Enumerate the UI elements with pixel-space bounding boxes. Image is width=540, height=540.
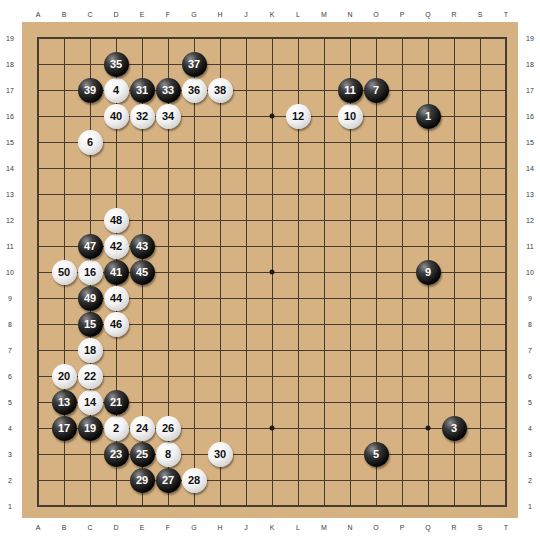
black-stone-move-13: 13 <box>52 390 77 415</box>
white-stone-move-48: 48 <box>104 208 129 233</box>
white-stone-move-18: 18 <box>78 338 103 363</box>
row-label: 12 <box>522 207 538 233</box>
row-label: 15 <box>2 129 18 155</box>
row-label: 18 <box>522 51 538 77</box>
black-stone-move-1: 1 <box>416 104 441 129</box>
row-label: 10 <box>522 259 538 285</box>
white-stone-move-38: 38 <box>208 78 233 103</box>
white-stone-move-50: 50 <box>52 260 77 285</box>
white-stone-move-22: 22 <box>78 364 103 389</box>
white-stone-move-14: 14 <box>78 390 103 415</box>
col-label: K <box>259 8 285 21</box>
black-stone-move-37: 37 <box>182 52 207 77</box>
white-stone-move-42: 42 <box>104 234 129 259</box>
col-label: A <box>25 521 51 534</box>
row-label: 5 <box>2 389 18 415</box>
black-stone-move-11: 11 <box>338 78 363 103</box>
row-label: 11 <box>2 233 18 259</box>
row-label: 12 <box>2 207 18 233</box>
row-labels-right: 19181716151413121110987654321 <box>522 25 538 519</box>
col-label: Q <box>415 8 441 21</box>
col-label: B <box>51 8 77 21</box>
col-label: F <box>155 521 181 534</box>
row-label: 13 <box>522 181 538 207</box>
row-label: 16 <box>2 103 18 129</box>
col-label: J <box>233 521 259 534</box>
row-label: 17 <box>2 77 18 103</box>
col-label: C <box>77 8 103 21</box>
row-label: 2 <box>2 467 18 493</box>
col-label: N <box>337 521 363 534</box>
col-label: H <box>207 521 233 534</box>
col-label: A <box>25 8 51 21</box>
col-label: P <box>389 8 415 21</box>
white-stone-move-20: 20 <box>52 364 77 389</box>
row-label: 5 <box>522 389 538 415</box>
black-stone-move-45: 45 <box>130 260 155 285</box>
row-label: 19 <box>522 25 538 51</box>
col-label: D <box>103 521 129 534</box>
row-label: 14 <box>2 155 18 181</box>
col-label: H <box>207 8 233 21</box>
col-label: O <box>363 8 389 21</box>
col-label: E <box>129 8 155 21</box>
col-label: M <box>311 8 337 21</box>
white-stone-move-28: 28 <box>182 468 207 493</box>
black-stone-move-19: 19 <box>78 416 103 441</box>
white-stone-move-8: 8 <box>156 442 181 467</box>
white-stone-move-6: 6 <box>78 130 103 155</box>
row-labels-left: 19181716151413121110987654321 <box>2 25 18 519</box>
row-label: 3 <box>522 441 538 467</box>
black-stone-move-23: 23 <box>104 442 129 467</box>
column-labels-top: ABCDEFGHJKLMNOPQRST <box>25 8 519 21</box>
row-label: 3 <box>2 441 18 467</box>
col-label: C <box>77 521 103 534</box>
black-stone-move-27: 27 <box>156 468 181 493</box>
col-label: O <box>363 521 389 534</box>
white-stone-move-44: 44 <box>104 286 129 311</box>
black-stone-move-29: 29 <box>130 468 155 493</box>
stones-layer: 1234567891011121314151617181920212223242… <box>25 25 519 519</box>
white-stone-move-36: 36 <box>182 78 207 103</box>
black-stone-move-49: 49 <box>78 286 103 311</box>
col-label: R <box>441 521 467 534</box>
white-stone-move-4: 4 <box>104 78 129 103</box>
white-stone-move-24: 24 <box>130 416 155 441</box>
col-label: L <box>285 8 311 21</box>
black-stone-move-33: 33 <box>156 78 181 103</box>
black-stone-move-39: 39 <box>78 78 103 103</box>
row-label: 9 <box>2 285 18 311</box>
row-label: 14 <box>522 155 538 181</box>
col-label: E <box>129 521 155 534</box>
row-label: 8 <box>2 311 18 337</box>
black-stone-move-47: 47 <box>78 234 103 259</box>
white-stone-move-26: 26 <box>156 416 181 441</box>
col-label: K <box>259 521 285 534</box>
col-label: S <box>467 521 493 534</box>
black-stone-move-9: 9 <box>416 260 441 285</box>
col-label: J <box>233 8 259 21</box>
col-label: P <box>389 521 415 534</box>
white-stone-move-2: 2 <box>104 416 129 441</box>
col-label: F <box>155 8 181 21</box>
white-stone-move-40: 40 <box>104 104 129 129</box>
row-label: 15 <box>522 129 538 155</box>
col-label: S <box>467 8 493 21</box>
go-board[interactable]: 1234567891011121314151617181920212223242… <box>22 22 518 518</box>
white-stone-move-32: 32 <box>130 104 155 129</box>
row-label: 4 <box>522 415 538 441</box>
white-stone-move-30: 30 <box>208 442 233 467</box>
white-stone-move-10: 10 <box>338 104 363 129</box>
row-label: 6 <box>2 363 18 389</box>
white-stone-move-34: 34 <box>156 104 181 129</box>
row-label: 9 <box>522 285 538 311</box>
row-label: 16 <box>522 103 538 129</box>
row-label: 7 <box>522 337 538 363</box>
row-label: 13 <box>2 181 18 207</box>
black-stone-move-3: 3 <box>442 416 467 441</box>
black-stone-move-15: 15 <box>78 312 103 337</box>
column-labels-bottom: ABCDEFGHJKLMNOPQRST <box>25 521 519 534</box>
row-label: 1 <box>522 493 538 519</box>
black-stone-move-21: 21 <box>104 390 129 415</box>
black-stone-move-43: 43 <box>130 234 155 259</box>
row-label: 10 <box>2 259 18 285</box>
row-label: 1 <box>2 493 18 519</box>
row-label: 19 <box>2 25 18 51</box>
col-label: T <box>493 8 519 21</box>
row-label: 2 <box>522 467 538 493</box>
col-label: G <box>181 521 207 534</box>
go-diagram-page: ABCDEFGHJKLMNOPQRST ABCDEFGHJKLMNOPQRST … <box>0 0 540 540</box>
white-stone-move-16: 16 <box>78 260 103 285</box>
row-label: 6 <box>522 363 538 389</box>
row-label: 18 <box>2 51 18 77</box>
col-label: G <box>181 8 207 21</box>
col-label: Q <box>415 521 441 534</box>
col-label: L <box>285 521 311 534</box>
row-label: 4 <box>2 415 18 441</box>
col-label: N <box>337 8 363 21</box>
row-label: 7 <box>2 337 18 363</box>
black-stone-move-17: 17 <box>52 416 77 441</box>
col-label: T <box>493 521 519 534</box>
col-label: M <box>311 521 337 534</box>
black-stone-move-31: 31 <box>130 78 155 103</box>
black-stone-move-25: 25 <box>130 442 155 467</box>
black-stone-move-35: 35 <box>104 52 129 77</box>
col-label: D <box>103 8 129 21</box>
black-stone-move-5: 5 <box>364 442 389 467</box>
col-label: B <box>51 521 77 534</box>
row-label: 11 <box>522 233 538 259</box>
col-label: R <box>441 8 467 21</box>
row-label: 17 <box>522 77 538 103</box>
row-label: 8 <box>522 311 538 337</box>
black-stone-move-7: 7 <box>364 78 389 103</box>
black-stone-move-41: 41 <box>104 260 129 285</box>
white-stone-move-46: 46 <box>104 312 129 337</box>
white-stone-move-12: 12 <box>286 104 311 129</box>
